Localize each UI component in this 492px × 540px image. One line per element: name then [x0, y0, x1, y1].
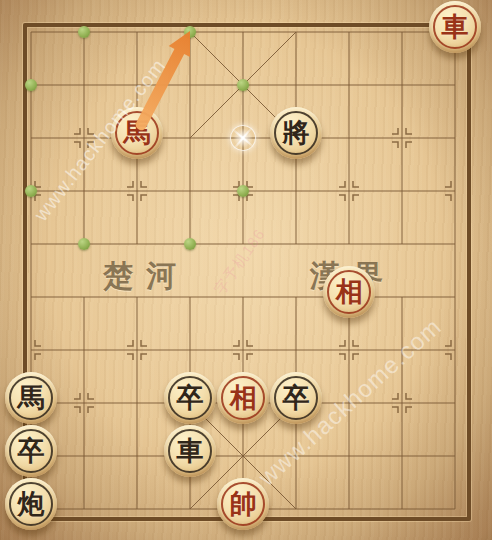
- move-hint-dot[interactable]: [184, 238, 196, 250]
- piece-red-chariot[interactable]: 車: [429, 1, 481, 53]
- piece-red-general[interactable]: 帥: [217, 478, 269, 530]
- piece-red-elephant[interactable]: 相: [323, 266, 375, 318]
- piece-glyph: 相: [230, 385, 257, 412]
- piece-glyph: 帥: [230, 491, 257, 518]
- piece-black-horse[interactable]: 馬: [5, 372, 57, 424]
- board-frame: [23, 23, 471, 521]
- move-hint-dot[interactable]: [78, 238, 90, 250]
- piece-black-soldier[interactable]: 卒: [270, 372, 322, 424]
- piece-glyph: 炮: [18, 491, 45, 518]
- piece-glyph: 卒: [283, 385, 310, 412]
- piece-black-soldier[interactable]: 卒: [164, 372, 216, 424]
- piece-glyph: 將: [283, 120, 310, 147]
- river-label-chu: 楚河: [103, 256, 189, 297]
- piece-black-chariot[interactable]: 車: [164, 425, 216, 477]
- piece-black-soldier[interactable]: 卒: [5, 425, 57, 477]
- piece-black-general[interactable]: 將: [270, 107, 322, 159]
- move-hint-dot[interactable]: [78, 26, 90, 38]
- piece-glyph: 馬: [18, 385, 45, 412]
- move-hint-dot[interactable]: [25, 79, 37, 91]
- piece-red-elephant[interactable]: 相: [217, 372, 269, 424]
- move-hint-dot[interactable]: [237, 79, 249, 91]
- xiangqi-board-screen: 楚河 漢界 車馬將相馬卒相卒卒車炮帥 www.hackhome.comwww.h…: [0, 0, 492, 540]
- piece-glyph: 車: [177, 438, 204, 465]
- piece-red-horse[interactable]: 馬: [111, 107, 163, 159]
- piece-glyph: 相: [336, 279, 363, 306]
- piece-glyph: 卒: [177, 385, 204, 412]
- piece-glyph: 車: [442, 14, 469, 41]
- move-hint-dot[interactable]: [25, 185, 37, 197]
- piece-black-cannon[interactable]: 炮: [5, 478, 57, 530]
- move-hint-dot[interactable]: [184, 26, 196, 38]
- piece-glyph: 馬: [124, 120, 151, 147]
- piece-glyph: 卒: [18, 438, 45, 465]
- move-hint-dot[interactable]: [237, 185, 249, 197]
